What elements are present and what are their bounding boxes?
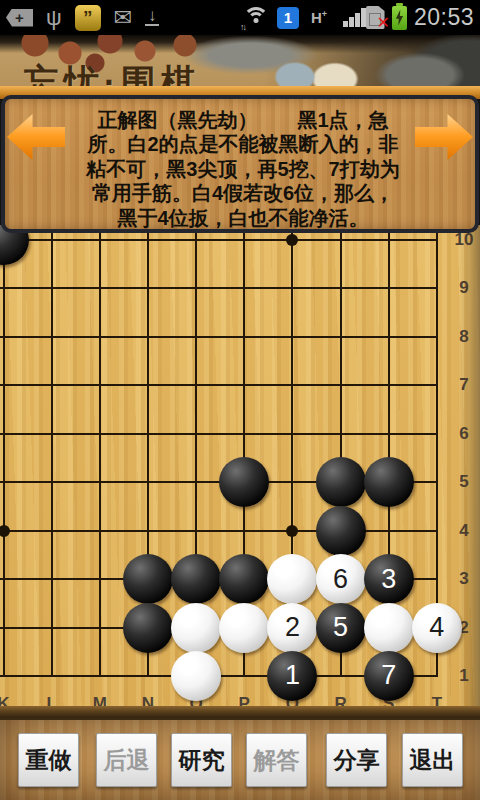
download-icon: ↓ [145,9,159,27]
black-stone-o3 [171,554,221,604]
signal-bars-icon [343,8,366,27]
black-stone-q1: 1 [267,651,317,701]
move-number: 6 [333,566,348,593]
grid-line-horizontal [0,336,438,338]
lesson-line: 正解图（黑先劫） 黑1点，急 [65,108,421,132]
grid-line-horizontal [0,287,438,289]
toolbar-button-1[interactable]: 重做 [18,733,79,787]
move-number: 7 [381,662,396,689]
toolbar-button-6[interactable]: 退出 [402,733,463,787]
toolbar-button-4: 解答 [246,733,307,787]
white-stone-o1 [171,651,221,701]
clock-time: 20:53 [414,4,474,31]
board-right-edge [458,225,480,718]
prev-arrow-button[interactable] [7,114,65,160]
grid-line-vertical [99,225,101,677]
wifi-icon: ↑↓ [243,7,269,29]
app-screen: + ψ ” ✉ ↓ ↑↓ 1 H+ ✕ 20:53 忘忧·围棋 KLMNOPQR… [0,0,480,800]
black-stone-s3: 3 [364,554,414,604]
grid-line-horizontal [0,239,438,241]
lesson-line: 黑于4位扳，白也不能净活。 [65,206,421,230]
move-number: 2 [285,614,300,641]
battery-charging-icon [392,6,407,30]
sim-error-x: ✕ [377,13,390,32]
star-point [0,525,10,537]
black-stone-r4 [316,506,366,556]
white-stone-q3 [267,554,317,604]
network-type-label: H+ [311,9,327,26]
grid-line-horizontal [0,530,438,532]
go-board[interactable]: KLMNOPQRST109876543216325417 [0,225,480,718]
next-arrow-button[interactable] [415,114,473,160]
white-stone-p2 [219,603,269,653]
black-stone-r2: 5 [316,603,366,653]
gold-app-icon: ” [75,5,101,31]
black-stone-p3 [219,554,269,604]
mail-icon: ✉ [114,5,132,31]
move-number: 1 [285,662,300,689]
lesson-text: 正解图（黑先劫） 黑1点，急所。白2的点是不能被黑断入的，非粘不可，黑3尖顶，再… [65,108,421,230]
white-stone-o2 [171,603,221,653]
lesson-line: 常用手筋。白4假若改6位，那么， [65,181,421,205]
lesson-line: 粘不可，黑3尖顶，再5挖、7打劫为 [65,157,421,181]
grid-line-vertical [3,225,5,677]
grid-line-vertical [51,225,53,677]
white-stone-s2 [364,603,414,653]
black-stone-n3 [123,554,173,604]
star-point [286,525,298,537]
board-front-edge [0,706,480,718]
grid-line-horizontal [0,433,438,435]
tag-plus-icon: + [6,9,33,27]
lesson-panel: 正解图（黑先劫） 黑1点，急所。白2的点是不能被黑断入的，非粘不可，黑3尖顶，再… [1,95,479,233]
toolbar-button-3[interactable]: 研究 [171,733,232,787]
lesson-line: 所。白2的点是不能被黑断入的，非 [65,132,421,156]
white-stone-r3: 6 [316,554,366,604]
move-number: 4 [429,614,444,641]
bottom-toolbar: 重做后退研究解答分享退出 [0,718,480,800]
white-stone-q2: 2 [267,603,317,653]
black-stone-s1: 7 [364,651,414,701]
usb-icon: ψ [46,7,62,29]
black-stone-n2 [123,603,173,653]
star-point [286,234,298,246]
black-stone-s5 [364,457,414,507]
toolbar-button-2: 后退 [96,733,157,787]
status-bar: + ψ ” ✉ ↓ ↑↓ 1 H+ ✕ 20:53 [0,0,480,35]
sim1-badge: 1 [277,7,299,29]
grid-line-horizontal [0,384,438,386]
white-stone-t2: 4 [412,603,462,653]
move-number: 5 [333,614,348,641]
black-stone-r5 [316,457,366,507]
toolbar-button-5[interactable]: 分享 [326,733,387,787]
black-stone-p5 [219,457,269,507]
move-number: 3 [381,566,396,593]
